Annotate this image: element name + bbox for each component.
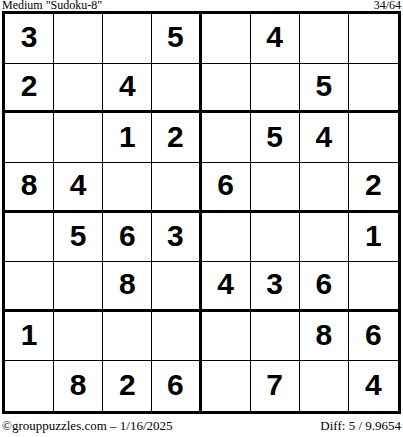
cell-r6c7[interactable]: 6 <box>300 262 349 312</box>
cell-r2c7[interactable]: 5 <box>300 64 349 114</box>
cell-r5c2[interactable]: 5 <box>54 213 103 263</box>
cell-r1c1[interactable]: 3 <box>5 14 54 64</box>
cell-r6c2[interactable] <box>54 262 103 312</box>
cell-r1c7[interactable] <box>300 14 349 64</box>
cell-r4c8[interactable]: 2 <box>349 163 398 213</box>
difficulty-text: Diff: 5 / 9.9654 <box>320 418 401 433</box>
cell-r4c3[interactable] <box>103 163 152 213</box>
cell-r7c1[interactable]: 1 <box>5 312 54 362</box>
cell-r7c8[interactable]: 6 <box>349 312 398 362</box>
cell-r2c1[interactable]: 2 <box>5 64 54 114</box>
cell-r7c2[interactable] <box>54 312 103 362</box>
cell-r6c1[interactable] <box>5 262 54 312</box>
cell-r5c4[interactable]: 3 <box>152 213 201 263</box>
cell-r2c6[interactable] <box>251 64 300 114</box>
cell-r3c1[interactable] <box>5 113 54 163</box>
puzzle-page: Medium "Sudoku-8" 34/64 3542451254846256… <box>0 0 403 437</box>
cell-r6c3[interactable]: 8 <box>103 262 152 312</box>
cell-r5c3[interactable]: 6 <box>103 213 152 263</box>
copyright-text: ©grouppuzzles.com – 1/16/2025 <box>2 418 173 433</box>
cell-r3c8[interactable] <box>349 113 398 163</box>
givens-counter: 34/64 <box>374 0 401 11</box>
cell-r4c1[interactable]: 8 <box>5 163 54 213</box>
cell-r1c2[interactable] <box>54 14 103 64</box>
sudoku-board: 354245125484625631843618682674 <box>2 11 401 414</box>
cell-r3c4[interactable]: 2 <box>152 113 201 163</box>
cell-r2c8[interactable] <box>349 64 398 114</box>
cell-r3c2[interactable] <box>54 113 103 163</box>
cell-r8c4[interactable]: 6 <box>152 361 201 411</box>
footer: ©grouppuzzles.com – 1/16/2025 Diff: 5 / … <box>0 414 403 433</box>
cell-r5c8[interactable]: 1 <box>349 213 398 263</box>
cell-r2c2[interactable] <box>54 64 103 114</box>
cell-r7c5[interactable] <box>202 312 251 362</box>
cell-r6c5[interactable]: 4 <box>202 262 251 312</box>
cell-r8c6[interactable]: 7 <box>251 361 300 411</box>
cell-r1c6[interactable]: 4 <box>251 14 300 64</box>
cell-r4c2[interactable]: 4 <box>54 163 103 213</box>
cell-r8c5[interactable] <box>202 361 251 411</box>
cell-r8c8[interactable]: 4 <box>349 361 398 411</box>
cell-r3c7[interactable]: 4 <box>300 113 349 163</box>
cell-r2c5[interactable] <box>202 64 251 114</box>
cell-r8c2[interactable]: 8 <box>54 361 103 411</box>
cell-r6c4[interactable] <box>152 262 201 312</box>
cell-r1c3[interactable] <box>103 14 152 64</box>
cell-r2c3[interactable]: 4 <box>103 64 152 114</box>
cell-r6c6[interactable]: 3 <box>251 262 300 312</box>
cell-r1c5[interactable] <box>202 14 251 64</box>
cell-r7c6[interactable] <box>251 312 300 362</box>
cell-r5c5[interactable] <box>202 213 251 263</box>
cell-r8c3[interactable]: 2 <box>103 361 152 411</box>
cell-r3c3[interactable]: 1 <box>103 113 152 163</box>
cell-r4c4[interactable] <box>152 163 201 213</box>
cell-r3c6[interactable]: 5 <box>251 113 300 163</box>
cell-r6c8[interactable] <box>349 262 398 312</box>
cell-r4c7[interactable] <box>300 163 349 213</box>
cell-r4c6[interactable] <box>251 163 300 213</box>
cell-r4c5[interactable]: 6 <box>202 163 251 213</box>
cell-r5c6[interactable] <box>251 213 300 263</box>
cell-r3c5[interactable] <box>202 113 251 163</box>
cell-r2c4[interactable] <box>152 64 201 114</box>
cell-r7c3[interactable] <box>103 312 152 362</box>
header: Medium "Sudoku-8" 34/64 <box>0 0 403 11</box>
cell-r1c8[interactable] <box>349 14 398 64</box>
cell-r7c4[interactable] <box>152 312 201 362</box>
page-title: Medium "Sudoku-8" <box>2 0 102 11</box>
cell-r5c7[interactable] <box>300 213 349 263</box>
cell-r7c7[interactable]: 8 <box>300 312 349 362</box>
cell-r1c4[interactable]: 5 <box>152 14 201 64</box>
cell-r5c1[interactable] <box>5 213 54 263</box>
cell-r8c1[interactable] <box>5 361 54 411</box>
cell-r8c7[interactable] <box>300 361 349 411</box>
